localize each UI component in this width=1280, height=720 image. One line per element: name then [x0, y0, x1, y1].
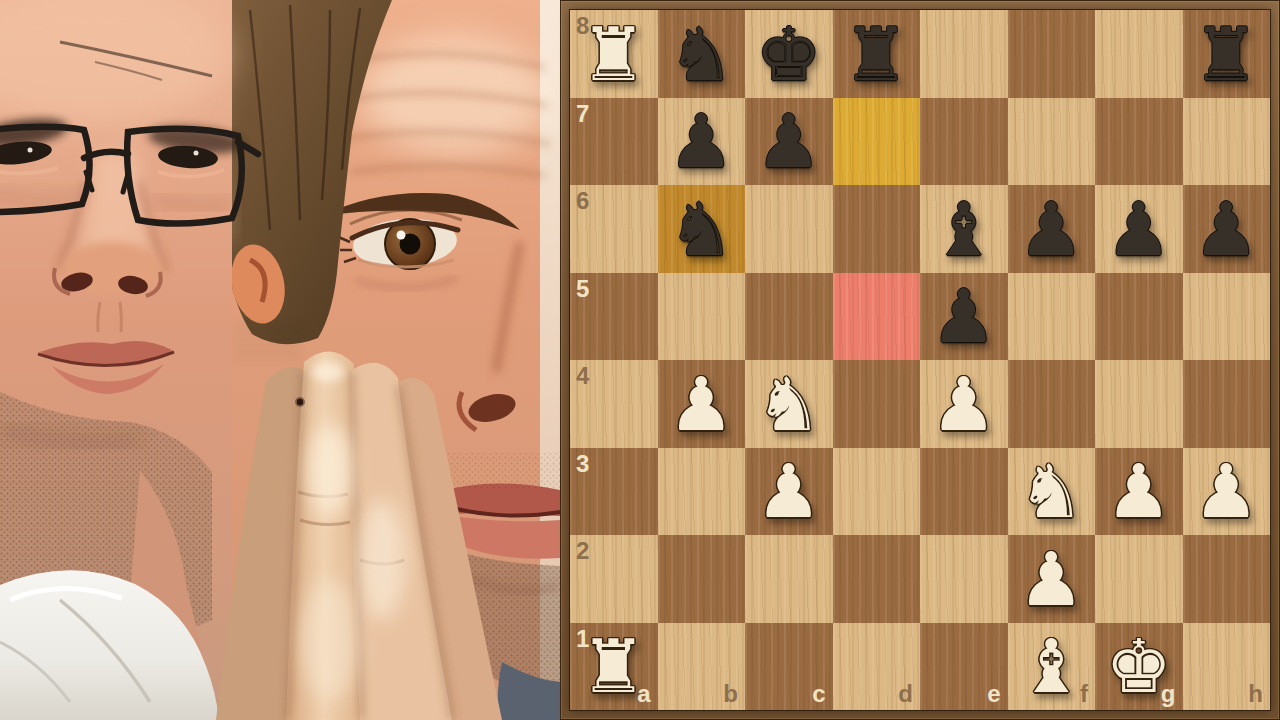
- square-b4[interactable]: ♟: [658, 360, 746, 448]
- square-h3[interactable]: ♟: [1183, 448, 1271, 536]
- piece-black-pawn-c7[interactable]: ♟: [756, 104, 822, 178]
- square-a5[interactable]: 5: [570, 273, 658, 361]
- piece-white-pawn-g3[interactable]: ♟: [1106, 454, 1172, 528]
- square-c3[interactable]: ♟: [745, 448, 833, 536]
- players-photo-art: [0, 0, 560, 720]
- rank-label-2: 2: [576, 539, 589, 563]
- rank-label-1: 1: [576, 627, 589, 651]
- piece-white-pawn-e4[interactable]: ♟: [931, 367, 997, 441]
- piece-black-pawn-h6[interactable]: ♟: [1193, 192, 1259, 266]
- piece-black-rook-h8[interactable]: ♜: [1193, 17, 1259, 91]
- file-label-d: d: [898, 682, 913, 706]
- square-a6[interactable]: 6: [570, 185, 658, 273]
- square-g8[interactable]: [1095, 10, 1183, 98]
- square-d8[interactable]: ♜: [833, 10, 921, 98]
- square-a1[interactable]: 1a♜: [570, 623, 658, 711]
- players-photo: [0, 0, 560, 720]
- square-c5[interactable]: [745, 273, 833, 361]
- square-a4[interactable]: 4: [570, 360, 658, 448]
- piece-white-pawn-f2[interactable]: ♟: [1018, 542, 1084, 616]
- square-g6[interactable]: ♟: [1095, 185, 1183, 273]
- square-g4[interactable]: [1095, 360, 1183, 448]
- square-d3[interactable]: [833, 448, 921, 536]
- piece-black-pawn-g6[interactable]: ♟: [1106, 192, 1172, 266]
- piece-black-knight-b8[interactable]: ♞: [668, 17, 734, 91]
- square-d2[interactable]: [833, 535, 921, 623]
- square-c1[interactable]: c: [745, 623, 833, 711]
- square-g1[interactable]: g♚: [1095, 623, 1183, 711]
- square-c8[interactable]: ♚: [745, 10, 833, 98]
- piece-white-pawn-c3[interactable]: ♟: [756, 454, 822, 528]
- chess-board-frame: 8♜♞♚♜♜7♟♟6♞♝♟♟♟5♟4♟♞♟3♟♞♟♟2♟1a♜bcdef♝g♚h: [560, 0, 1280, 720]
- square-h6[interactable]: ♟: [1183, 185, 1271, 273]
- piece-black-king-c8[interactable]: ♚: [756, 17, 822, 91]
- square-f2[interactable]: ♟: [1008, 535, 1096, 623]
- square-e3[interactable]: [920, 448, 1008, 536]
- square-f6[interactable]: ♟: [1008, 185, 1096, 273]
- square-f4[interactable]: [1008, 360, 1096, 448]
- rank-label-5: 5: [576, 277, 589, 301]
- square-d5-highlighted[interactable]: [833, 273, 921, 361]
- square-e6[interactable]: ♝: [920, 185, 1008, 273]
- square-h7[interactable]: [1183, 98, 1271, 186]
- square-e7[interactable]: [920, 98, 1008, 186]
- square-g2[interactable]: [1095, 535, 1183, 623]
- square-g7[interactable]: [1095, 98, 1183, 186]
- piece-black-pawn-e5[interactable]: ♟: [931, 279, 997, 353]
- square-h8[interactable]: ♜: [1183, 10, 1271, 98]
- file-label-e: e: [987, 682, 1000, 706]
- square-h4[interactable]: [1183, 360, 1271, 448]
- square-d1[interactable]: d: [833, 623, 921, 711]
- piece-black-pawn-b7[interactable]: ♟: [668, 104, 734, 178]
- piece-white-knight-c4[interactable]: ♞: [756, 367, 822, 441]
- piece-white-rook-a8[interactable]: ♜: [581, 17, 647, 91]
- file-label-g: g: [1161, 682, 1176, 706]
- square-c4[interactable]: ♞: [745, 360, 833, 448]
- square-h5[interactable]: [1183, 273, 1271, 361]
- square-d7-highlighted[interactable]: [833, 98, 921, 186]
- square-f1[interactable]: f♝: [1008, 623, 1096, 711]
- square-f8[interactable]: [1008, 10, 1096, 98]
- square-d4[interactable]: [833, 360, 921, 448]
- square-a2[interactable]: 2: [570, 535, 658, 623]
- piece-black-knight-b6[interactable]: ♞: [668, 192, 734, 266]
- square-c6[interactable]: [745, 185, 833, 273]
- square-e1[interactable]: e: [920, 623, 1008, 711]
- rank-label-7: 7: [576, 102, 589, 126]
- square-b3[interactable]: [658, 448, 746, 536]
- square-h1[interactable]: h: [1183, 623, 1271, 711]
- rank-label-8: 8: [576, 14, 589, 38]
- rank-label-6: 6: [576, 189, 589, 213]
- square-c7[interactable]: ♟: [745, 98, 833, 186]
- piece-white-bishop-f1[interactable]: ♝: [1018, 629, 1084, 703]
- square-d6[interactable]: [833, 185, 921, 273]
- square-b2[interactable]: [658, 535, 746, 623]
- square-g5[interactable]: [1095, 273, 1183, 361]
- square-f3[interactable]: ♞: [1008, 448, 1096, 536]
- file-label-h: h: [1248, 682, 1263, 706]
- piece-black-bishop-e6[interactable]: ♝: [931, 192, 997, 266]
- square-b1[interactable]: b: [658, 623, 746, 711]
- piece-white-pawn-h3[interactable]: ♟: [1193, 454, 1259, 528]
- square-b8[interactable]: ♞: [658, 10, 746, 98]
- square-h2[interactable]: [1183, 535, 1271, 623]
- square-a3[interactable]: 3: [570, 448, 658, 536]
- file-label-b: b: [723, 682, 738, 706]
- square-e2[interactable]: [920, 535, 1008, 623]
- square-b7[interactable]: ♟: [658, 98, 746, 186]
- square-f7[interactable]: [1008, 98, 1096, 186]
- rank-label-4: 4: [576, 364, 589, 388]
- chess-board[interactable]: 8♜♞♚♜♜7♟♟6♞♝♟♟♟5♟4♟♞♟3♟♞♟♟2♟1a♜bcdef♝g♚h: [570, 10, 1270, 710]
- piece-white-pawn-b4[interactable]: ♟: [668, 367, 734, 441]
- square-a7[interactable]: 7: [570, 98, 658, 186]
- square-e8[interactable]: [920, 10, 1008, 98]
- piece-white-knight-f3[interactable]: ♞: [1018, 454, 1084, 528]
- file-label-c: c: [812, 682, 825, 706]
- file-label-a: a: [637, 682, 650, 706]
- square-a8[interactable]: 8♜: [570, 10, 658, 98]
- square-b5[interactable]: [658, 273, 746, 361]
- square-b6-highlighted[interactable]: ♞: [658, 185, 746, 273]
- file-label-f: f: [1080, 682, 1088, 706]
- square-g3[interactable]: ♟: [1095, 448, 1183, 536]
- square-c2[interactable]: [745, 535, 833, 623]
- thumbnail: 8♜♞♚♜♜7♟♟6♞♝♟♟♟5♟4♟♞♟3♟♞♟♟2♟1a♜bcdef♝g♚h: [0, 0, 1280, 720]
- square-f5[interactable]: [1008, 273, 1096, 361]
- piece-black-rook-d8[interactable]: ♜: [843, 17, 909, 91]
- square-e4[interactable]: ♟: [920, 360, 1008, 448]
- piece-black-pawn-f6[interactable]: ♟: [1018, 192, 1084, 266]
- rank-label-3: 3: [576, 452, 589, 476]
- square-e5[interactable]: ♟: [920, 273, 1008, 361]
